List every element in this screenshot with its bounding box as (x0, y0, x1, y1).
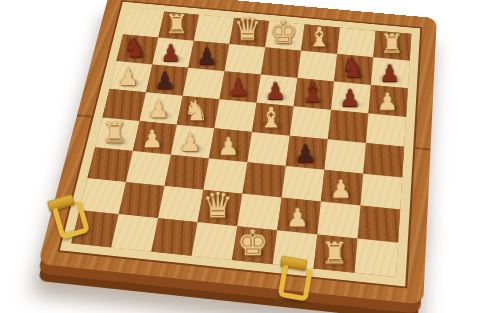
square-c7: ♟ (188, 41, 229, 71)
black-pawn-d6: ♟ (220, 76, 257, 100)
square-e8: ♚ (265, 21, 304, 51)
square-d7 (225, 44, 266, 75)
black-pawn-f4: ♟ (286, 142, 325, 166)
white-knight-c5: ♞ (177, 97, 215, 125)
square-e4 (247, 132, 290, 166)
white-pawn-f2: ♟ (277, 205, 317, 230)
square-b1 (111, 214, 158, 252)
white-rook-g1: ♜ (314, 239, 355, 269)
square-h7: ♟ (371, 57, 410, 88)
black-pawn-h7: ♟ (371, 62, 408, 85)
white-pawn-b5: ♟ (140, 98, 178, 122)
white-bishop-e5: ♝ (252, 104, 290, 132)
square-d8: ♛ (229, 18, 269, 48)
white-pawn-g3: ♟ (321, 177, 361, 202)
black-pawn-g6: ♟ (331, 87, 369, 111)
square-e3 (242, 162, 285, 197)
square-f8: ♝ (301, 24, 340, 54)
square-c2 (158, 186, 203, 222)
square-e1: ♚ (232, 226, 277, 264)
square-b3 (126, 151, 171, 186)
white-queen-d8: ♛ (230, 13, 266, 44)
square-c5: ♞ (177, 96, 220, 129)
square-f4: ♟ (286, 136, 328, 170)
white-pawn-h6: ♟ (369, 90, 407, 114)
white-pawn-d4: ♟ (209, 134, 248, 158)
square-g6: ♟ (331, 81, 371, 113)
white-rook-a4: ♜ (95, 119, 133, 147)
white-rook-h8: ♜ (373, 31, 409, 58)
square-g1: ♜ (314, 234, 358, 272)
square-b2 (119, 182, 165, 218)
black-pawn-b6: ♟ (146, 69, 183, 92)
chess-board: ♜♛♚♝♜♞♟♟♞♟♟♟♟♟♝♟♟♟♞♝♜♟♟♟♟♟♛♟♚♜ (60, 2, 420, 287)
square-g7: ♞ (334, 54, 373, 85)
square-e5: ♝ (252, 103, 294, 136)
black-pawn-e6: ♟ (257, 80, 294, 104)
square-d5 (214, 99, 256, 132)
square-f2: ♟ (277, 198, 321, 235)
white-queen-d2: ♛ (198, 188, 238, 223)
black-bishop-f6: ♝ (294, 79, 331, 107)
square-d6: ♟ (220, 71, 261, 103)
square-b6: ♟ (146, 64, 188, 95)
white-king-e1: ♚ (232, 225, 273, 261)
square-h8: ♜ (373, 31, 411, 61)
square-h3 (360, 174, 402, 210)
black-pawn-c7: ♟ (188, 45, 225, 68)
folding-chess-box: ♜♛♚♝♜♞♟♟♞♟♟♟♟♟♝♟♟♟♞♝♜♟♟♟♟♟♛♟♚♜ (38, 0, 437, 305)
square-h6: ♟ (368, 85, 407, 117)
square-g2 (317, 202, 360, 239)
square-c8 (194, 15, 234, 44)
white-king-e8: ♚ (265, 16, 301, 47)
square-h4 (363, 143, 404, 178)
square-f3 (282, 166, 325, 201)
white-pawn-a6: ♟ (110, 66, 147, 89)
square-d4: ♟ (209, 128, 252, 162)
black-pawn-b7: ♟ (152, 42, 188, 65)
square-a3 (87, 147, 132, 182)
square-f5 (290, 106, 331, 139)
white-pawn-c4: ♟ (171, 131, 210, 155)
brass-latch-front-icon (275, 255, 315, 301)
square-c4: ♟ (171, 125, 215, 159)
square-b8: ♜ (158, 12, 199, 41)
square-c1 (151, 218, 197, 256)
white-rook-b8: ♜ (158, 11, 194, 37)
square-h5 (366, 113, 406, 146)
square-g3: ♟ (321, 170, 363, 206)
square-e7 (261, 47, 301, 78)
square-h1 (355, 239, 398, 278)
white-bishop-f8: ♝ (301, 24, 337, 51)
square-d1 (192, 222, 238, 260)
black-knight-a7: ♞ (116, 35, 152, 62)
black-knight-g7: ♞ (334, 55, 371, 82)
square-f6: ♝ (294, 78, 334, 110)
square-h2 (358, 205, 401, 242)
product-photo: ♜♛♚♝♜♞♟♟♞♟♟♟♟♟♝♟♟♟♞♝♜♟♟♟♟♟♛♟♚♜ (0, 0, 500, 313)
square-g5 (328, 110, 369, 143)
square-g4 (324, 139, 365, 173)
square-d2: ♛ (198, 190, 243, 226)
white-pawn-b4: ♟ (133, 127, 171, 151)
latch-loop (278, 265, 313, 302)
